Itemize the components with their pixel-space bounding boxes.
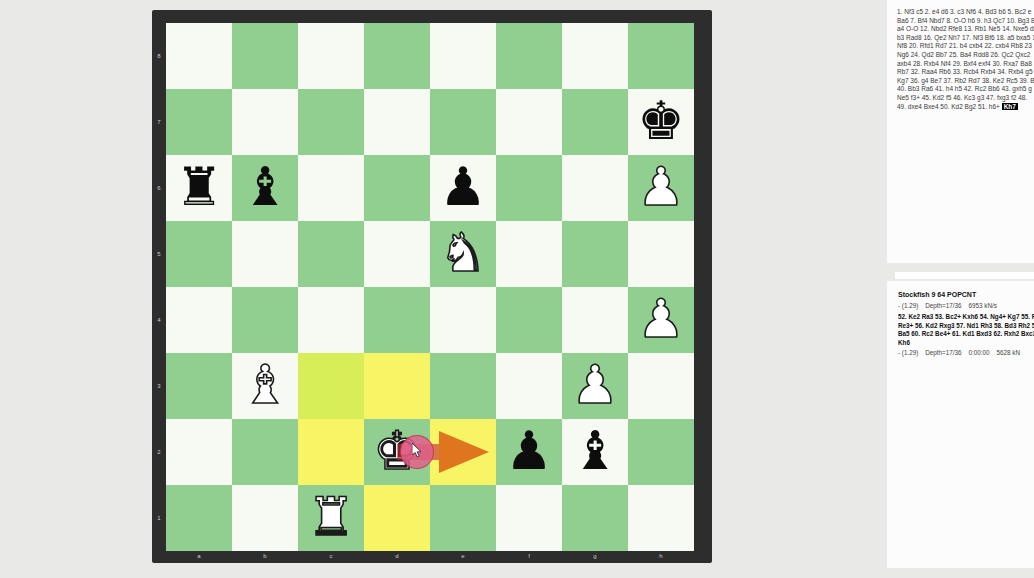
file-label-e: e — [430, 551, 496, 562]
square-h1[interactable] — [628, 485, 694, 551]
square-e1[interactable] — [430, 485, 496, 551]
file-label-f: f — [496, 551, 562, 562]
square-c7[interactable] — [298, 89, 364, 155]
rank-label-8: 8 — [152, 23, 166, 89]
chess-gui-window: { "game": "chess", "position": { "fen": … — [0, 0, 1034, 578]
square-a2[interactable] — [166, 419, 232, 485]
square-c8[interactable] — [298, 23, 364, 89]
white-king[interactable]: ♚ — [364, 419, 430, 485]
move-list-line[interactable]: Ba6 7. Bf4 Nbd7 8. O-O h6 9. h3 Qc7 10. … — [897, 17, 1034, 26]
move-list-line[interactable]: Kg7 36. g4 Be7 37. Rb2 Rd7 38. Ke2 Rc5 3… — [897, 77, 1034, 86]
square-c4[interactable] — [298, 287, 364, 353]
square-g7[interactable] — [562, 89, 628, 155]
square-a5[interactable] — [166, 221, 232, 287]
square-e4[interactable] — [430, 287, 496, 353]
square-g8[interactable] — [562, 23, 628, 89]
square-c1[interactable]: ♜ — [298, 485, 364, 551]
rank-label-6: 6 — [152, 155, 166, 221]
move-list-line[interactable]: a4 O-O 12. Nbd2 Rfe8 13. Rb1 Ne5 14. Nxe… — [897, 25, 1034, 34]
rank-label-4: 4 — [152, 287, 166, 353]
square-g6[interactable] — [562, 155, 628, 221]
engine-pv: 52. Ke2 Ra3 53. Bc2+ Kxh6 54. Ng4+ Kg7 5… — [898, 313, 1034, 348]
square-c2[interactable] — [298, 419, 364, 485]
move-list-line[interactable]: b3 Rad8 16. Qe2 Nh7 17. Nf3 Bf6 18. a5 b… — [897, 34, 1034, 43]
square-f1[interactable] — [496, 485, 562, 551]
square-d5[interactable] — [364, 221, 430, 287]
square-d1[interactable] — [364, 485, 430, 551]
move-list-panel: 1. Nf3 c5 2. e4 d6 3. c3 Nf6 4. Bd3 b6 5… — [887, 0, 1034, 263]
square-d6[interactable] — [364, 155, 430, 221]
rank-label-7: 7 — [152, 89, 166, 155]
square-f3[interactable] — [496, 353, 562, 419]
square-e5[interactable]: ♞ — [430, 221, 496, 287]
square-e7[interactable] — [430, 89, 496, 155]
rank-label-3: 3 — [152, 353, 166, 419]
engine-pv-line: Re3+ 56. Kd2 Rxg3 57. Nd1 Rh3 58. Bd3 Rh… — [898, 322, 1034, 331]
square-h4[interactable]: ♟ — [628, 287, 694, 353]
move-list-line[interactable]: Ne5 f3+ 45. Kd2 f5 46. Kc3 g3 47. fxg3 f… — [897, 94, 1034, 103]
square-f7[interactable] — [496, 89, 562, 155]
white-knight[interactable]: ♞ — [430, 221, 496, 287]
file-label-b: b — [232, 551, 298, 562]
square-g2[interactable]: ♝ — [562, 419, 628, 485]
square-e6[interactable]: ♟ — [430, 155, 496, 221]
move-text[interactable]: 49. dxe4 Bxe4 50. Kd2 Bg2 51. h6+ — [897, 103, 1002, 110]
square-c3[interactable] — [298, 353, 364, 419]
square-a8[interactable] — [166, 23, 232, 89]
square-b8[interactable] — [232, 23, 298, 89]
square-e8[interactable] — [430, 23, 496, 89]
square-e2[interactable] — [430, 419, 496, 485]
engine-stats-line: - (1.29) Depth=17/36 0:00:00 5628 kN — [898, 349, 1034, 356]
move-list-line[interactable]: 40. Bb3 Ra6 41. h4 h5 42. Rc2 Bb6 43. gx… — [897, 85, 1034, 94]
square-g5[interactable] — [562, 221, 628, 287]
square-a3[interactable] — [166, 353, 232, 419]
black-pawn[interactable]: ♟ — [496, 419, 562, 485]
square-d4[interactable] — [364, 287, 430, 353]
engine-eval-line: - (1.29) Depth=17/36 6953 kN/s — [898, 302, 1034, 309]
black-pawn[interactable]: ♟ — [430, 155, 496, 221]
engine-analysis-panel: Stockfish 9 64 POPCNT - (1.29) Depth=17/… — [887, 281, 1034, 568]
white-bishop[interactable]: ♝ — [232, 353, 298, 419]
square-f6[interactable] — [496, 155, 562, 221]
square-a1[interactable] — [166, 485, 232, 551]
move-list-line[interactable]: 1. Nf3 c5 2. e4 d6 3. c3 Nf6 4. Bd3 b6 5… — [897, 8, 1034, 17]
rank-label-2: 2 — [152, 419, 166, 485]
square-c6[interactable] — [298, 155, 364, 221]
white-pawn[interactable]: ♟ — [628, 155, 694, 221]
splitter-handle[interactable] — [895, 272, 1034, 279]
engine-pv-line: Kh6 — [898, 339, 1034, 348]
square-f5[interactable] — [496, 221, 562, 287]
square-h7[interactable]: ♚ — [628, 89, 694, 155]
move-list-line[interactable]: Nf8 20. Rfd1 Rd7 21. b4 cxb4 22. cxb4 Rb… — [897, 42, 1034, 51]
square-g1[interactable] — [562, 485, 628, 551]
square-g3[interactable]: ♟ — [562, 353, 628, 419]
square-a7[interactable] — [166, 89, 232, 155]
square-f4[interactable] — [496, 287, 562, 353]
square-h3[interactable] — [628, 353, 694, 419]
current-move-highlight[interactable]: Kh7 — [1002, 103, 1018, 110]
square-a6[interactable]: ♜ — [166, 155, 232, 221]
square-e3[interactable] — [430, 353, 496, 419]
file-label-d: d — [364, 551, 430, 562]
square-a4[interactable] — [166, 287, 232, 353]
square-h6[interactable]: ♟ — [628, 155, 694, 221]
black-bishop[interactable]: ♝ — [562, 419, 628, 485]
move-list-line-current[interactable]: 49. dxe4 Bxe4 50. Kd2 Bg2 51. h6+ Kh7 — [897, 103, 1034, 112]
square-f8[interactable] — [496, 23, 562, 89]
file-label-a: a — [166, 551, 232, 562]
engine-pv-line: 52. Ke2 Ra3 53. Bc2+ Kxh6 54. Ng4+ Kg7 5… — [898, 313, 1034, 322]
square-b4[interactable] — [232, 287, 298, 353]
square-b3[interactable]: ♝ — [232, 353, 298, 419]
square-d7[interactable] — [364, 89, 430, 155]
black-bishop[interactable]: ♝ — [232, 155, 298, 221]
square-d2[interactable]: ♚ — [364, 419, 430, 485]
square-c5[interactable] — [298, 221, 364, 287]
white-pawn[interactable]: ♟ — [628, 287, 694, 353]
move-list-line[interactable]: Ng6 24. Qd2 Bb7 25. Ba4 Rdd8 26. Qc2 Qxc… — [897, 51, 1034, 60]
black-king[interactable]: ♚ — [628, 89, 694, 155]
square-d8[interactable] — [364, 23, 430, 89]
square-b1[interactable] — [232, 485, 298, 551]
square-h8[interactable] — [628, 23, 694, 89]
rank-label-1: 1 — [152, 485, 166, 551]
move-list[interactable]: 1. Nf3 c5 2. e4 d6 3. c3 Nf6 4. Bd3 b6 5… — [887, 0, 1034, 111]
engine-pv-line: Ba5 60. Rc2 Be4+ 61. Kd1 Bxd3 62. Rxh2 B… — [898, 330, 1034, 339]
file-label-g: g — [562, 551, 628, 562]
file-label-h: h — [628, 551, 694, 562]
square-b5[interactable] — [232, 221, 298, 287]
white-rook[interactable]: ♜ — [298, 485, 364, 551]
square-d3[interactable] — [364, 353, 430, 419]
move-list-line[interactable]: axb4 28. Rxb4 Nf4 29. Bxf4 exf4 30. Rxa7… — [897, 60, 1034, 69]
chess-board[interactable]: ♚♜♝♟♟♞♟♝♟♚♟♝♜ — [166, 23, 694, 551]
move-list-line[interactable]: Rb7 32. Raa4 Rb6 33. Rcb4 Rxb4 34. Rxb4 … — [897, 68, 1034, 77]
file-label-c: c — [298, 551, 364, 562]
square-g4[interactable] — [562, 287, 628, 353]
square-b6[interactable]: ♝ — [232, 155, 298, 221]
square-h2[interactable] — [628, 419, 694, 485]
white-pawn[interactable]: ♟ — [562, 353, 628, 419]
square-h5[interactable] — [628, 221, 694, 287]
square-f2[interactable]: ♟ — [496, 419, 562, 485]
rank-label-5: 5 — [152, 221, 166, 287]
square-b2[interactable] — [232, 419, 298, 485]
engine-name: Stockfish 9 64 POPCNT — [898, 291, 1034, 298]
square-b7[interactable] — [232, 89, 298, 155]
black-rook[interactable]: ♜ — [166, 155, 232, 221]
